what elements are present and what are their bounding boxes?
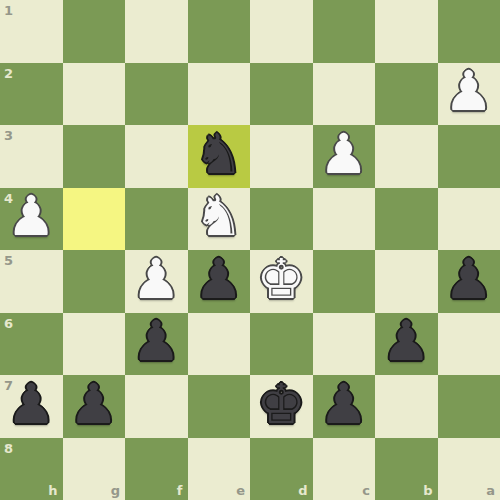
square-d3[interactable] [250, 125, 313, 188]
square-c4[interactable] [313, 188, 376, 251]
square-a8[interactable]: a [438, 438, 500, 500]
square-g8[interactable]: g [63, 438, 126, 500]
square-b8[interactable]: b [375, 438, 438, 500]
square-g7[interactable]: ♟ [63, 375, 126, 438]
black-pawn[interactable]: ♟ [0, 373, 63, 436]
file-label-e: e [236, 484, 245, 497]
chess-board: 12♟3♞♟4♟♞5♟♟♚♟6♟♟7♟♟♚♟8hgfedcba [0, 0, 500, 500]
black-king[interactable]: ♚ [250, 373, 313, 436]
black-pawn[interactable]: ♟ [188, 248, 251, 311]
square-a5[interactable]: ♟ [438, 250, 500, 313]
square-g1[interactable] [63, 0, 126, 63]
square-d1[interactable] [250, 0, 313, 63]
square-h6[interactable]: 6 [0, 313, 63, 376]
square-f6[interactable]: ♟ [125, 313, 188, 376]
square-a7[interactable] [438, 375, 500, 438]
square-e2[interactable] [188, 63, 251, 126]
square-g4[interactable] [63, 188, 126, 251]
square-d4[interactable] [250, 188, 313, 251]
square-d8[interactable]: d [250, 438, 313, 500]
square-g6[interactable] [63, 313, 126, 376]
square-h2[interactable]: 2 [0, 63, 63, 126]
square-f1[interactable] [125, 0, 188, 63]
square-d7[interactable]: ♚ [250, 375, 313, 438]
square-f2[interactable] [125, 63, 188, 126]
square-b5[interactable] [375, 250, 438, 313]
square-a2[interactable]: ♟ [438, 63, 500, 126]
square-b1[interactable] [375, 0, 438, 63]
black-pawn[interactable]: ♟ [375, 311, 438, 374]
file-label-f: f [177, 484, 183, 497]
square-g3[interactable] [63, 125, 126, 188]
square-a4[interactable] [438, 188, 500, 251]
square-f7[interactable] [125, 375, 188, 438]
white-king[interactable]: ♚ [250, 248, 313, 311]
file-label-c: c [362, 484, 370, 497]
white-pawn[interactable]: ♟ [0, 186, 63, 249]
square-b3[interactable] [375, 125, 438, 188]
rank-label-5: 5 [4, 254, 13, 267]
square-h7[interactable]: 7♟ [0, 375, 63, 438]
square-c7[interactable]: ♟ [313, 375, 376, 438]
square-a6[interactable] [438, 313, 500, 376]
file-label-b: b [423, 484, 432, 497]
square-h8[interactable]: 8h [0, 438, 63, 500]
square-g2[interactable] [63, 63, 126, 126]
white-knight[interactable]: ♞ [188, 186, 251, 249]
square-c3[interactable]: ♟ [313, 125, 376, 188]
square-a3[interactable] [438, 125, 500, 188]
white-pawn[interactable]: ♟ [313, 123, 376, 186]
square-e7[interactable] [188, 375, 251, 438]
square-a1[interactable] [438, 0, 500, 63]
black-pawn[interactable]: ♟ [125, 311, 188, 374]
black-knight[interactable]: ♞ [188, 123, 251, 186]
square-c8[interactable]: c [313, 438, 376, 500]
square-e8[interactable]: e [188, 438, 251, 500]
rank-label-6: 6 [4, 317, 13, 330]
square-e3[interactable]: ♞ [188, 125, 251, 188]
square-f3[interactable] [125, 125, 188, 188]
black-pawn[interactable]: ♟ [63, 373, 126, 436]
square-b2[interactable] [375, 63, 438, 126]
square-c1[interactable] [313, 0, 376, 63]
rank-label-2: 2 [4, 67, 13, 80]
square-f8[interactable]: f [125, 438, 188, 500]
rank-label-3: 3 [4, 129, 13, 142]
square-f4[interactable] [125, 188, 188, 251]
square-d2[interactable] [250, 63, 313, 126]
square-e4[interactable]: ♞ [188, 188, 251, 251]
square-h1[interactable]: 1 [0, 0, 63, 63]
square-g5[interactable] [63, 250, 126, 313]
square-e6[interactable] [188, 313, 251, 376]
square-b7[interactable] [375, 375, 438, 438]
square-h3[interactable]: 3 [0, 125, 63, 188]
file-label-g: g [111, 484, 120, 497]
square-c5[interactable] [313, 250, 376, 313]
square-d6[interactable] [250, 313, 313, 376]
square-e1[interactable] [188, 0, 251, 63]
square-b4[interactable] [375, 188, 438, 251]
black-pawn[interactable]: ♟ [438, 248, 500, 311]
white-pawn[interactable]: ♟ [438, 61, 500, 124]
file-label-h: h [48, 484, 57, 497]
file-label-d: d [298, 484, 307, 497]
rank-label-1: 1 [4, 4, 13, 17]
square-c6[interactable] [313, 313, 376, 376]
white-pawn[interactable]: ♟ [125, 248, 188, 311]
square-d5[interactable]: ♚ [250, 250, 313, 313]
square-f5[interactable]: ♟ [125, 250, 188, 313]
rank-label-8: 8 [4, 442, 13, 455]
square-c2[interactable] [313, 63, 376, 126]
square-h5[interactable]: 5 [0, 250, 63, 313]
square-b6[interactable]: ♟ [375, 313, 438, 376]
square-e5[interactable]: ♟ [188, 250, 251, 313]
square-h4[interactable]: 4♟ [0, 188, 63, 251]
file-label-a: a [486, 484, 495, 497]
black-pawn[interactable]: ♟ [313, 373, 376, 436]
